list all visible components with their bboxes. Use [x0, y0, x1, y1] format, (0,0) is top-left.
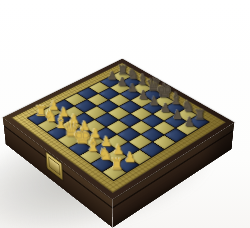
piece-black-rook: ♜ — [117, 63, 129, 76]
piece-black-rook: ♜ — [194, 108, 207, 122]
square-d4 — [96, 113, 117, 126]
piece-black-knight: ♞ — [127, 68, 140, 82]
square-f8: ♝ — [164, 102, 185, 114]
square-h8: ♜ — [187, 115, 209, 128]
piece-black-king: ♚ — [156, 81, 173, 100]
piece-black-queen: ♛ — [146, 76, 162, 94]
square-b1: ♞ — [38, 119, 60, 132]
square-f5 — [130, 121, 152, 134]
square-a8: ♜ — [111, 71, 131, 82]
square-a3 — [53, 100, 74, 112]
square-h7: ♟ — [176, 122, 198, 135]
brass-clasp-plate — [48, 156, 60, 175]
product-photo-scene: ♜♟♟♜♞♟♟♞♝♟♟♝♛♟♟♛♚♟♟♚♝♟♟♝♞♟♟♞♜♟♟♜ — [0, 0, 250, 228]
